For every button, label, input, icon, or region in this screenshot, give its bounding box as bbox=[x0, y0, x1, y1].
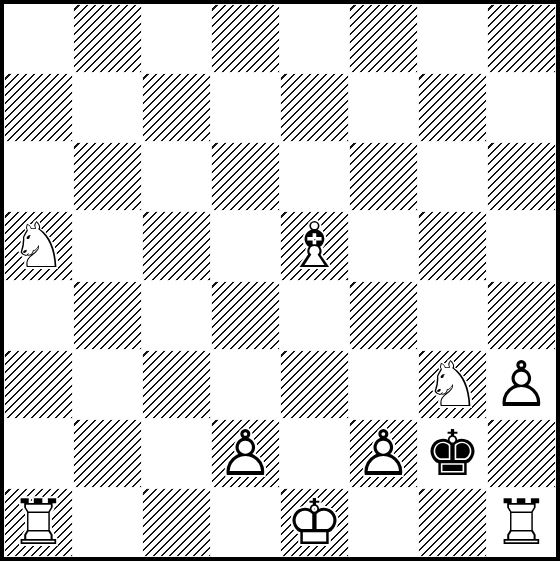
square-g7[interactable] bbox=[418, 73, 487, 142]
square-h5[interactable] bbox=[487, 211, 556, 280]
white-king-glyph: ♔ bbox=[286, 491, 342, 554]
square-g8[interactable] bbox=[418, 4, 487, 73]
piece-white-knight[interactable]: ♞♘ bbox=[4, 211, 73, 280]
white-pawn-glyph: ♙ bbox=[493, 353, 549, 416]
square-g3[interactable]: ♞♘ bbox=[418, 350, 487, 419]
white-pawn-glyph: ♙ bbox=[355, 422, 411, 485]
white-knight-glyph: ♘ bbox=[10, 214, 66, 277]
white-rook-glyph: ♖ bbox=[493, 491, 549, 554]
piece-white-pawn[interactable]: ♟♙ bbox=[487, 350, 556, 419]
square-d2[interactable]: ♟♙ bbox=[211, 419, 280, 488]
square-d3[interactable] bbox=[211, 350, 280, 419]
square-a5[interactable]: ♞♘ bbox=[4, 211, 73, 280]
square-e5[interactable]: ♝♗ bbox=[280, 211, 349, 280]
piece-black-king[interactable]: ♚♚ bbox=[418, 419, 487, 488]
square-b1[interactable] bbox=[73, 488, 142, 557]
square-c4[interactable] bbox=[142, 281, 211, 350]
square-f2[interactable]: ♟♙ bbox=[349, 419, 418, 488]
square-f3[interactable] bbox=[349, 350, 418, 419]
square-e6[interactable] bbox=[280, 142, 349, 211]
square-c2[interactable] bbox=[142, 419, 211, 488]
square-h6[interactable] bbox=[487, 142, 556, 211]
square-f4[interactable] bbox=[349, 281, 418, 350]
square-d1[interactable] bbox=[211, 488, 280, 557]
square-b7[interactable] bbox=[73, 73, 142, 142]
piece-white-pawn[interactable]: ♟♙ bbox=[349, 419, 418, 488]
white-rook-glyph: ♖ bbox=[10, 491, 66, 554]
square-b4[interactable] bbox=[73, 281, 142, 350]
square-e2[interactable] bbox=[280, 419, 349, 488]
square-f1[interactable] bbox=[349, 488, 418, 557]
square-e4[interactable] bbox=[280, 281, 349, 350]
square-a6[interactable] bbox=[4, 142, 73, 211]
square-c8[interactable] bbox=[142, 4, 211, 73]
square-g5[interactable] bbox=[418, 211, 487, 280]
square-f7[interactable] bbox=[349, 73, 418, 142]
square-f6[interactable] bbox=[349, 142, 418, 211]
square-h1[interactable]: ♜♖ bbox=[487, 488, 556, 557]
square-b6[interactable] bbox=[73, 142, 142, 211]
square-a2[interactable] bbox=[4, 419, 73, 488]
square-c5[interactable] bbox=[142, 211, 211, 280]
square-c7[interactable] bbox=[142, 73, 211, 142]
square-g4[interactable] bbox=[418, 281, 487, 350]
white-knight-glyph: ♘ bbox=[424, 353, 480, 416]
square-d4[interactable] bbox=[211, 281, 280, 350]
piece-white-knight[interactable]: ♞♘ bbox=[418, 350, 487, 419]
black-king-glyph: ♚ bbox=[424, 422, 480, 485]
square-c1[interactable] bbox=[142, 488, 211, 557]
square-a7[interactable] bbox=[4, 73, 73, 142]
square-d5[interactable] bbox=[211, 211, 280, 280]
square-f5[interactable] bbox=[349, 211, 418, 280]
piece-white-pawn[interactable]: ♟♙ bbox=[211, 419, 280, 488]
square-d6[interactable] bbox=[211, 142, 280, 211]
square-a3[interactable] bbox=[4, 350, 73, 419]
square-f8[interactable] bbox=[349, 4, 418, 73]
square-b8[interactable] bbox=[73, 4, 142, 73]
square-g2[interactable]: ♚♚ bbox=[418, 419, 487, 488]
square-g1[interactable] bbox=[418, 488, 487, 557]
square-b3[interactable] bbox=[73, 350, 142, 419]
square-e3[interactable] bbox=[280, 350, 349, 419]
square-h4[interactable] bbox=[487, 281, 556, 350]
square-e8[interactable] bbox=[280, 4, 349, 73]
square-g6[interactable] bbox=[418, 142, 487, 211]
piece-white-bishop[interactable]: ♝♗ bbox=[280, 211, 349, 280]
square-b2[interactable] bbox=[73, 419, 142, 488]
piece-white-rook[interactable]: ♜♖ bbox=[4, 488, 73, 557]
piece-white-rook[interactable]: ♜♖ bbox=[487, 488, 556, 557]
square-c3[interactable] bbox=[142, 350, 211, 419]
square-b5[interactable] bbox=[73, 211, 142, 280]
square-d8[interactable] bbox=[211, 4, 280, 73]
square-h2[interactable] bbox=[487, 419, 556, 488]
white-pawn-glyph: ♙ bbox=[217, 422, 273, 485]
square-e1[interactable]: ♚♔ bbox=[280, 488, 349, 557]
square-h8[interactable] bbox=[487, 4, 556, 73]
square-c6[interactable] bbox=[142, 142, 211, 211]
square-h3[interactable]: ♟♙ bbox=[487, 350, 556, 419]
chess-diagram: ♞♘♝♗♞♘♟♙♟♙♟♙♚♚♜♖♚♔♜♖ bbox=[0, 0, 560, 561]
chess-board: ♞♘♝♗♞♘♟♙♟♙♟♙♚♚♜♖♚♔♜♖ bbox=[0, 0, 560, 561]
white-bishop-glyph: ♗ bbox=[286, 214, 342, 277]
piece-white-king[interactable]: ♚♔ bbox=[280, 488, 349, 557]
square-e7[interactable] bbox=[280, 73, 349, 142]
square-a4[interactable] bbox=[4, 281, 73, 350]
square-d7[interactable] bbox=[211, 73, 280, 142]
square-a8[interactable] bbox=[4, 4, 73, 73]
square-h7[interactable] bbox=[487, 73, 556, 142]
square-a1[interactable]: ♜♖ bbox=[4, 488, 73, 557]
